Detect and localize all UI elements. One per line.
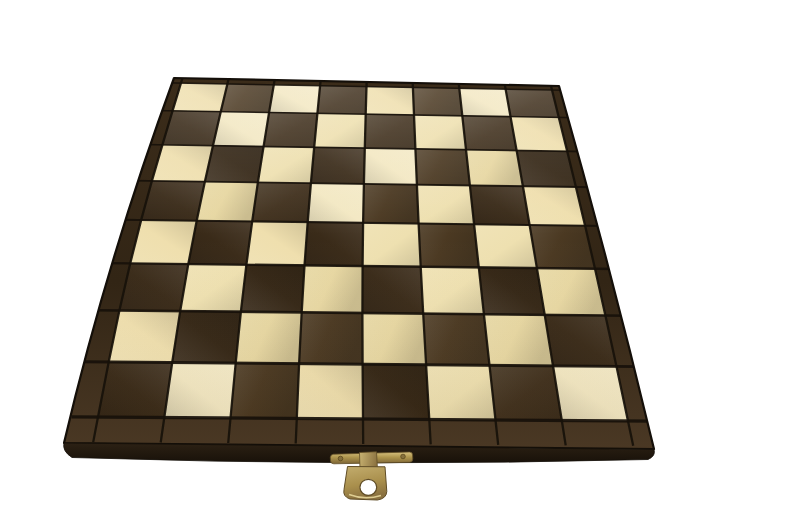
chess-board bbox=[0, 0, 800, 531]
clasp-eyelet-hole bbox=[360, 479, 377, 495]
clasp-screw-left bbox=[338, 456, 343, 461]
clasp-screw-right bbox=[401, 454, 406, 459]
clasp bbox=[330, 452, 413, 500]
product-photo bbox=[0, 0, 800, 531]
